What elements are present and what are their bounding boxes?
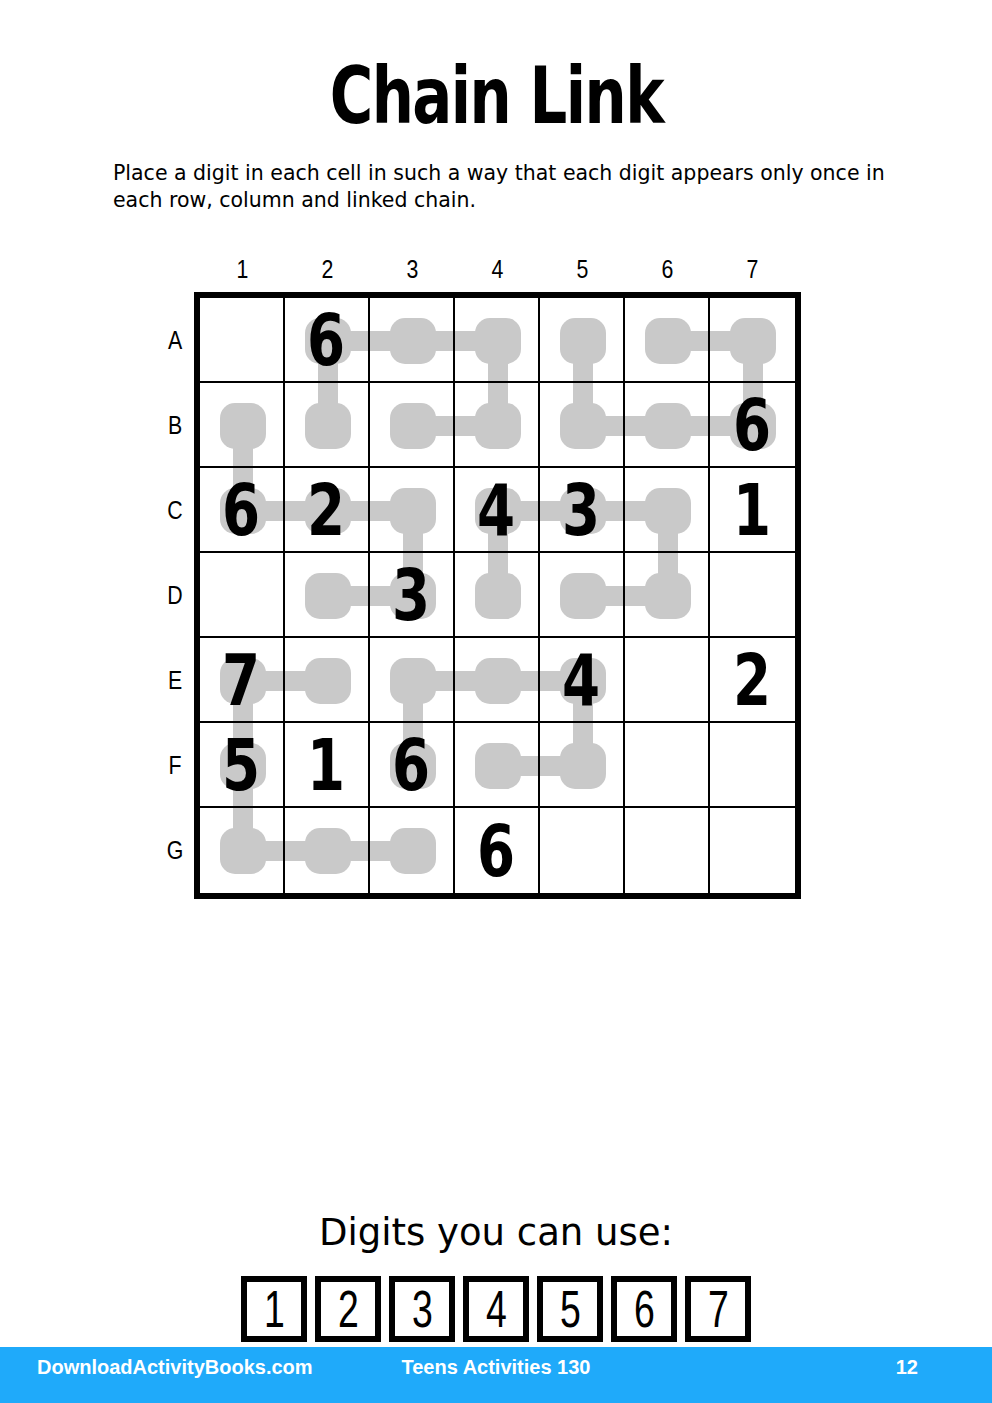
cell-C2: 2 bbox=[285, 468, 370, 553]
cell-D5 bbox=[540, 553, 625, 638]
cell-A1 bbox=[200, 298, 285, 383]
footer: DownloadActivityBooks.com Teens Activiti… bbox=[0, 1347, 992, 1403]
cell-E4 bbox=[455, 638, 540, 723]
bank-digit-box-2: 2 bbox=[315, 1276, 381, 1342]
cell-E5: 4 bbox=[540, 638, 625, 723]
given-digit: 4 bbox=[477, 474, 515, 546]
column-label-5: 5 bbox=[548, 254, 618, 285]
cell-C6 bbox=[625, 468, 710, 553]
cell-D1 bbox=[200, 553, 285, 638]
puzzle-page: Chain Link Place a digit in each cell in… bbox=[0, 0, 992, 1403]
given-digit: 5 bbox=[222, 729, 260, 801]
cell-G5 bbox=[540, 808, 625, 893]
cell-G7 bbox=[710, 808, 795, 893]
given-digit: 1 bbox=[307, 729, 345, 801]
given-digit: 6 bbox=[477, 815, 515, 887]
cell-C5: 3 bbox=[540, 468, 625, 553]
bank-digit-box-5: 5 bbox=[537, 1276, 603, 1342]
footer-book-title: Teens Activities 130 bbox=[0, 1356, 992, 1379]
instructions: Place a digit in each cell in such a way… bbox=[113, 160, 918, 214]
cell-D4 bbox=[455, 553, 540, 638]
bank-digit: 3 bbox=[412, 1283, 433, 1335]
given-digit: 6 bbox=[222, 474, 260, 546]
given-digit: 4 bbox=[562, 644, 600, 716]
page-title-text: Chain Link bbox=[329, 52, 662, 142]
cell-B4 bbox=[455, 383, 540, 468]
cell-F7 bbox=[710, 723, 795, 808]
cell-G2 bbox=[285, 808, 370, 893]
cell-F6 bbox=[625, 723, 710, 808]
bank-digit: 1 bbox=[264, 1283, 285, 1335]
digit-bank: 1234567 bbox=[0, 1276, 992, 1342]
row-label-C: C bbox=[161, 468, 189, 553]
cell-D7 bbox=[710, 553, 795, 638]
column-label-6: 6 bbox=[633, 254, 703, 285]
cell-A3 bbox=[370, 298, 455, 383]
given-digit: 3 bbox=[562, 474, 600, 546]
cell-E3 bbox=[370, 638, 455, 723]
given-digit: 1 bbox=[733, 474, 771, 546]
row-label-F: F bbox=[161, 723, 189, 808]
column-label-4: 4 bbox=[463, 254, 533, 285]
row-label-G: G bbox=[161, 808, 189, 893]
cell-C1: 6 bbox=[200, 468, 285, 553]
row-label-A: A bbox=[161, 298, 189, 383]
cell-A4 bbox=[455, 298, 540, 383]
cell-G4: 6 bbox=[455, 808, 540, 893]
footer-page-number: 12 bbox=[896, 1356, 918, 1379]
column-label-7: 7 bbox=[718, 254, 788, 285]
cell-B6 bbox=[625, 383, 710, 468]
bank-digit-box-6: 6 bbox=[611, 1276, 677, 1342]
column-label-2: 2 bbox=[293, 254, 363, 285]
cell-G6 bbox=[625, 808, 710, 893]
bank-digit: 7 bbox=[708, 1283, 729, 1335]
given-digit: 2 bbox=[307, 474, 345, 546]
cell-A2: 6 bbox=[285, 298, 370, 383]
row-labels: ABCDEFG bbox=[158, 298, 192, 893]
puzzle-grid: 666243137425166 bbox=[194, 292, 801, 899]
given-digit: 7 bbox=[222, 644, 260, 716]
given-digit: 6 bbox=[733, 389, 771, 461]
given-digit: 6 bbox=[392, 729, 430, 801]
cell-B5 bbox=[540, 383, 625, 468]
cell-F3: 6 bbox=[370, 723, 455, 808]
grid-cells: 666243137425166 bbox=[200, 298, 795, 893]
bank-digit: 2 bbox=[338, 1283, 359, 1335]
given-digit: 2 bbox=[733, 644, 771, 716]
cell-C7: 1 bbox=[710, 468, 795, 553]
cell-G3 bbox=[370, 808, 455, 893]
cell-B2 bbox=[285, 383, 370, 468]
given-digit: 3 bbox=[392, 559, 430, 631]
row-label-D: D bbox=[161, 553, 189, 638]
cell-D3: 3 bbox=[370, 553, 455, 638]
cell-F5 bbox=[540, 723, 625, 808]
cell-B1 bbox=[200, 383, 285, 468]
cell-F4 bbox=[455, 723, 540, 808]
row-label-E: E bbox=[161, 638, 189, 723]
cell-E2 bbox=[285, 638, 370, 723]
cell-E6 bbox=[625, 638, 710, 723]
cell-C4: 4 bbox=[455, 468, 540, 553]
bank-digit-box-4: 4 bbox=[463, 1276, 529, 1342]
cell-F2: 1 bbox=[285, 723, 370, 808]
row-label-B: B bbox=[161, 383, 189, 468]
given-digit: 6 bbox=[307, 304, 345, 376]
bank-digit: 5 bbox=[560, 1283, 581, 1335]
cell-A7 bbox=[710, 298, 795, 383]
column-label-1: 1 bbox=[208, 254, 278, 285]
cell-F1: 5 bbox=[200, 723, 285, 808]
cell-B3 bbox=[370, 383, 455, 468]
cell-E7: 2 bbox=[710, 638, 795, 723]
cell-D6 bbox=[625, 553, 710, 638]
bank-digit: 4 bbox=[486, 1283, 507, 1335]
bank-digit: 6 bbox=[634, 1283, 655, 1335]
digit-bank-label: Digits you can use: bbox=[0, 1211, 992, 1254]
cell-E1: 7 bbox=[200, 638, 285, 723]
page-title: Chain Link bbox=[0, 52, 992, 142]
bank-digit-box-3: 3 bbox=[389, 1276, 455, 1342]
cell-B7: 6 bbox=[710, 383, 795, 468]
column-label-3: 3 bbox=[378, 254, 448, 285]
cell-A5 bbox=[540, 298, 625, 383]
cell-G1 bbox=[200, 808, 285, 893]
cell-C3 bbox=[370, 468, 455, 553]
cell-D2 bbox=[285, 553, 370, 638]
bank-digit-box-7: 7 bbox=[685, 1276, 751, 1342]
column-labels: 1234567 bbox=[200, 254, 795, 285]
cell-A6 bbox=[625, 298, 710, 383]
bank-digit-box-1: 1 bbox=[241, 1276, 307, 1342]
